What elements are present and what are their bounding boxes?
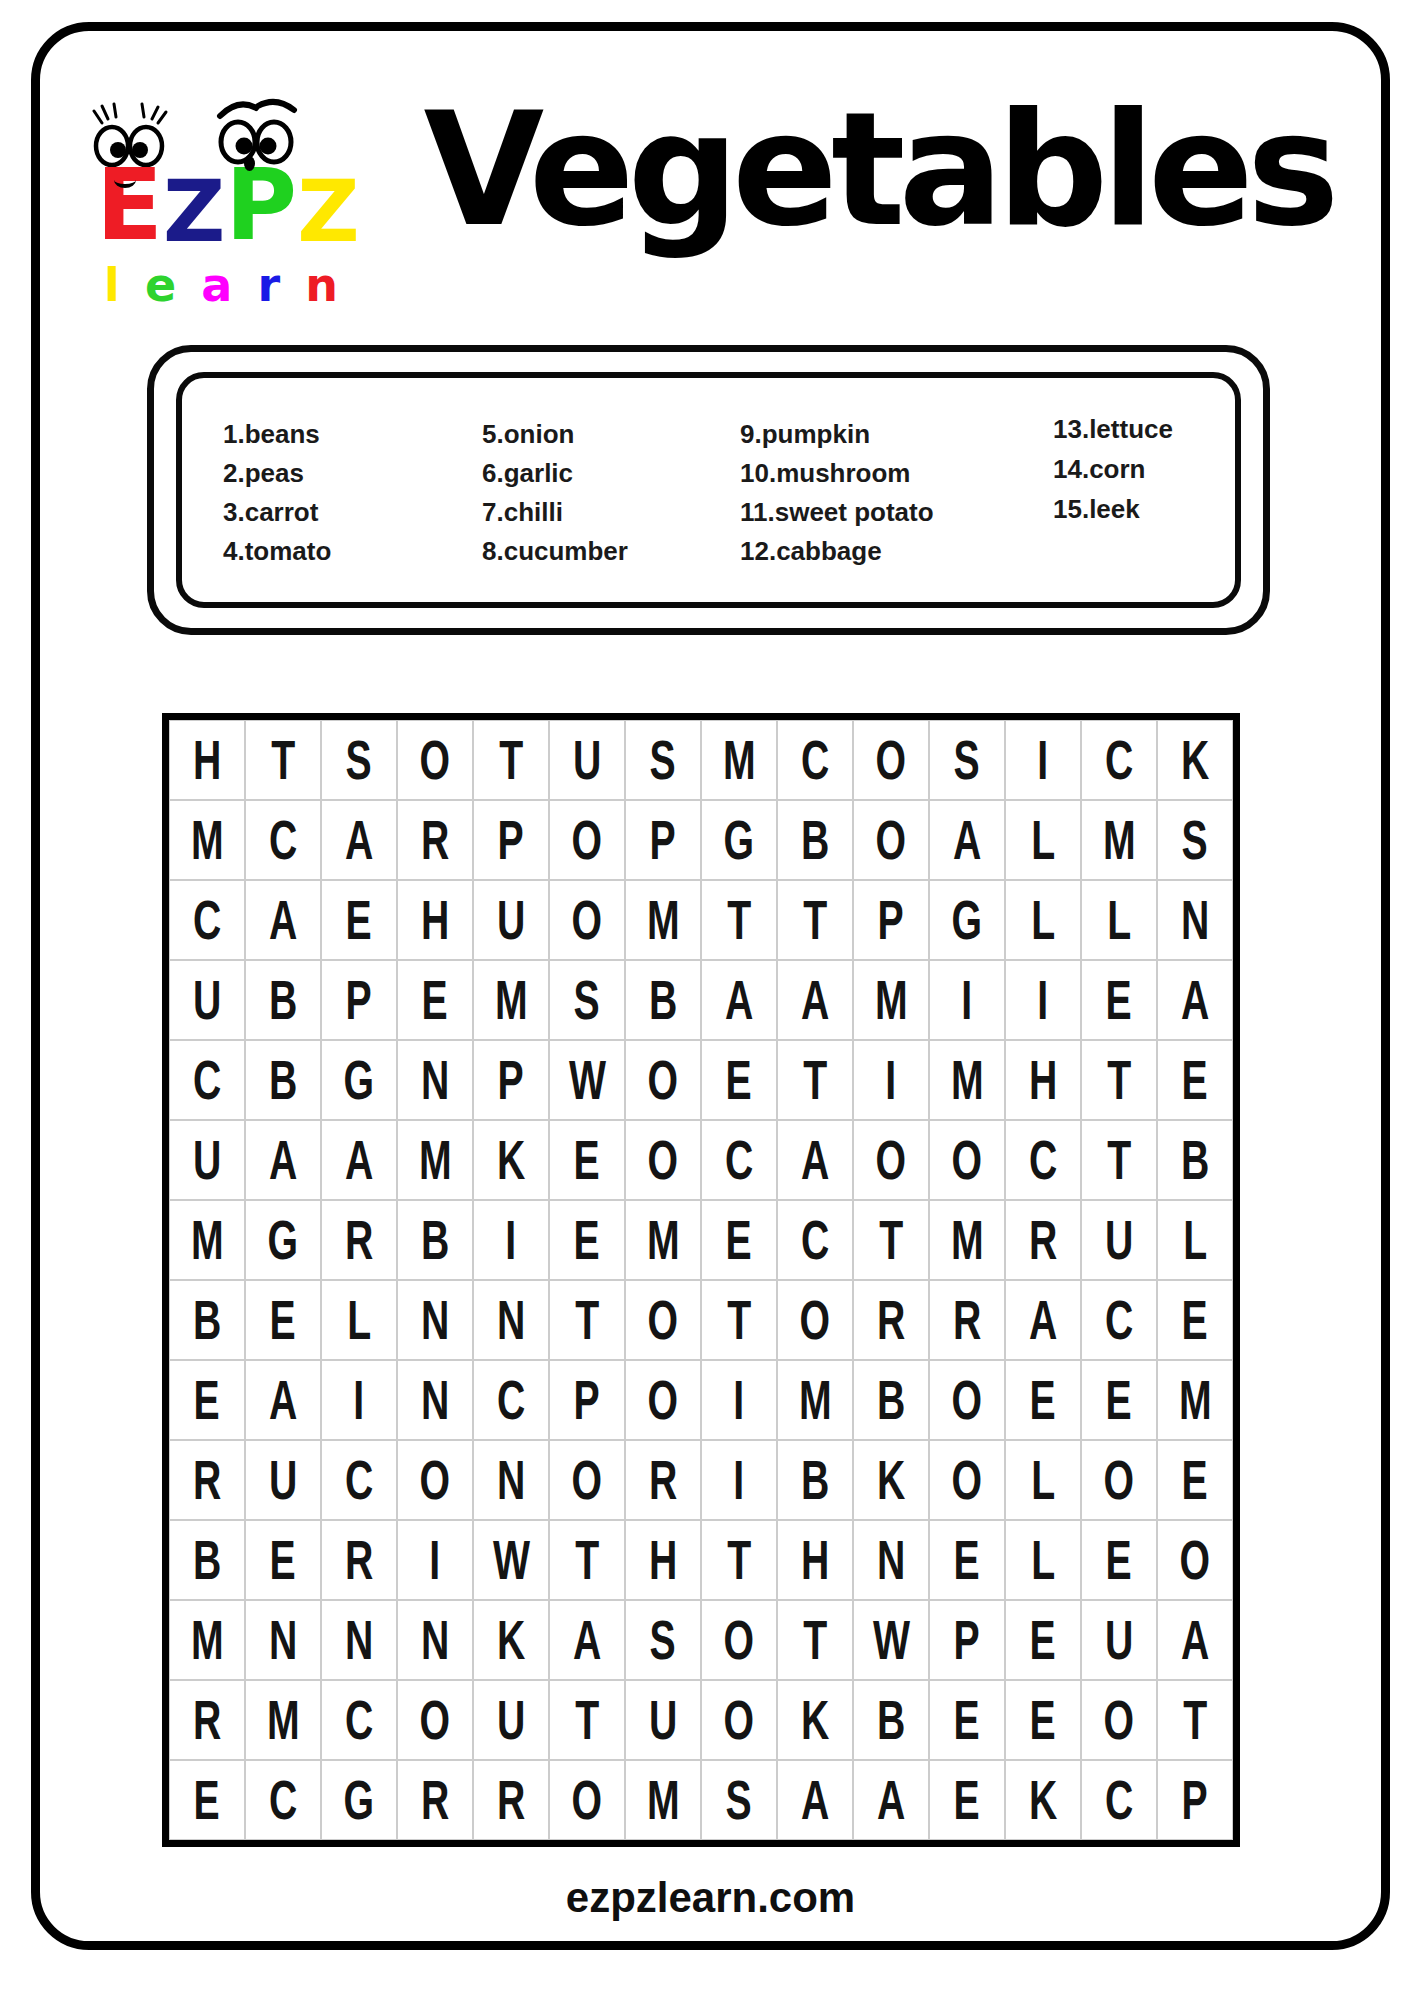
grid-cell-r14c4[interactable]: R [397,1760,473,1840]
grid-letter: N [421,1612,449,1668]
grid-cell-r10c9[interactable]: B [777,1440,853,1520]
grid-cell-r5c11[interactable]: M [929,1040,1005,1120]
grid-cell-r12c13[interactable]: U [1081,1600,1157,1680]
grid-cell-r11c6[interactable]: T [549,1520,625,1600]
grid-cell-r14c6[interactable]: O [549,1760,625,1840]
grid-cell-r3c1[interactable]: C [169,880,245,960]
grid-cell-r7c4[interactable]: B [397,1200,473,1280]
grid-cell-r14c7[interactable]: M [625,1760,701,1840]
grid-cell-r7c3[interactable]: R [321,1200,397,1280]
grid-letter: W [492,1532,529,1588]
grid-cell-r13c12[interactable]: E [1005,1680,1081,1760]
grid-cell-r8c2[interactable]: E [245,1280,321,1360]
grid-cell-r11c7[interactable]: H [625,1520,701,1600]
grid-cell-r2c11[interactable]: A [929,800,1005,880]
word-list-column-4: 13.lettuce14.corn15.leek [1053,409,1173,529]
grid-letter: A [269,1372,297,1428]
grid-letter: U [649,1692,677,1748]
grid-cell-r3c14[interactable]: N [1157,880,1233,960]
grid-cell-r6c6[interactable]: E [549,1120,625,1200]
grid-letter: M [951,1052,984,1108]
grid-letter: C [725,1132,753,1188]
grid-letter: M [875,972,908,1028]
grid-cell-r14c11[interactable]: E [929,1760,1005,1840]
word-item-6: 6.garlic [482,454,628,493]
grid-letter: U [1105,1612,1133,1668]
grid-cell-r3c9[interactable]: T [777,880,853,960]
grid-cell-r7c11[interactable]: M [929,1200,1005,1280]
grid-cell-r6c9[interactable]: A [777,1120,853,1200]
grid-cell-r3c12[interactable]: L [1005,880,1081,960]
grid-letter: T [575,1292,599,1348]
grid-cell-r13c5[interactable]: U [473,1680,549,1760]
grid-cell-r8c13[interactable]: C [1081,1280,1157,1360]
grid-letter: I [1038,732,1049,788]
grid-cell-r1c13[interactable]: C [1081,720,1157,800]
grid-cell-r14c13[interactable]: C [1081,1760,1157,1840]
grid-letter: N [421,1052,449,1108]
grid-cell-r3c6[interactable]: O [549,880,625,960]
grid-cell-r5c12[interactable]: H [1005,1040,1081,1120]
grid-letter: O [1104,1692,1134,1748]
grid-cell-r12c9[interactable]: T [777,1600,853,1680]
grid-cell-r5c3[interactable]: G [321,1040,397,1120]
ezpz-learn-logo: EZPZ learn [96,96,356,311]
grid-cell-r4c10[interactable]: M [853,960,929,1040]
grid-cell-r1c7[interactable]: S [625,720,701,800]
grid-cell-r1c14[interactable]: K [1157,720,1233,800]
grid-cell-r9c14[interactable]: M [1157,1360,1233,1440]
grid-cell-r6c11[interactable]: O [929,1120,1005,1200]
grid-cell-r5c4[interactable]: N [397,1040,473,1120]
grid-cell-r5c1[interactable]: C [169,1040,245,1120]
grid-cell-r11c2[interactable]: E [245,1520,321,1600]
grid-cell-r4c14[interactable]: A [1157,960,1233,1040]
grid-letter: B [801,1452,829,1508]
grid-letter: O [876,1132,906,1188]
grid-cell-r14c8[interactable]: S [701,1760,777,1840]
grid-letter: A [801,1772,829,1828]
grid-cell-r12c3[interactable]: N [321,1600,397,1680]
grid-letter: U [497,892,525,948]
grid-letter: C [497,1372,525,1428]
grid-cell-r5c7[interactable]: O [625,1040,701,1120]
grid-cell-r10c11[interactable]: O [929,1440,1005,1520]
grid-letter: O [420,1452,450,1508]
grid-letter: W [872,1612,909,1668]
grid-letter: N [345,1612,373,1668]
grid-letter: C [1029,1132,1057,1188]
grid-cell-r12c1[interactable]: M [169,1600,245,1680]
word-list-box: 1.beans2.peas3.carrot4.tomato 5.onion6.g… [147,345,1270,635]
grid-cell-r11c14[interactable]: O [1157,1520,1233,1600]
grid-letter: N [269,1612,297,1668]
grid-letter: R [193,1452,221,1508]
grid-cell-r10c2[interactable]: U [245,1440,321,1520]
grid-cell-r6c7[interactable]: O [625,1120,701,1200]
grid-cell-r14c5[interactable]: R [473,1760,549,1840]
grid-cell-r2c3[interactable]: A [321,800,397,880]
grid-cell-r9c1[interactable]: E [169,1360,245,1440]
grid-cell-r10c3[interactable]: C [321,1440,397,1520]
grid-cell-r4c6[interactable]: S [549,960,625,1040]
word-item-14: 14.corn [1053,449,1173,489]
grid-cell-r12c7[interactable]: S [625,1600,701,1680]
grid-cell-r4c13[interactable]: E [1081,960,1157,1040]
grid-cell-r2c13[interactable]: M [1081,800,1157,880]
logo-letter-e-1: e [145,262,176,308]
grid-cell-r11c1[interactable]: B [169,1520,245,1600]
grid-letter: E [954,1532,980,1588]
grid-cell-r13c14[interactable]: T [1157,1680,1233,1760]
grid-cell-r1c1[interactable]: H [169,720,245,800]
grid-cell-r9c10[interactable]: B [853,1360,929,1440]
grid-cell-r13c10[interactable]: B [853,1680,929,1760]
grid-letter: B [193,1532,221,1588]
grid-cell-r13c2[interactable]: M [245,1680,321,1760]
grid-letter: T [1183,1692,1207,1748]
grid-letter: T [1107,1132,1131,1188]
grid-cell-r9c5[interactable]: C [473,1360,549,1440]
grid-cell-r7c14[interactable]: L [1157,1200,1233,1280]
grid-cell-r10c8[interactable]: I [701,1440,777,1520]
word-item-8: 8.cucumber [482,532,628,571]
grid-letter: O [952,1372,982,1428]
grid-cell-r12c8[interactable]: O [701,1600,777,1680]
grid-letter: S [1182,812,1208,868]
grid-cell-r5c9[interactable]: T [777,1040,853,1120]
grid-cell-r4c3[interactable]: P [321,960,397,1040]
grid-cell-r9c9[interactable]: M [777,1360,853,1440]
grid-cell-r2c7[interactable]: P [625,800,701,880]
grid-cell-r9c6[interactable]: P [549,1360,625,1440]
word-item-1: 1.beans [223,415,331,454]
grid-cell-r7c7[interactable]: M [625,1200,701,1280]
grid-letter: R [421,1772,449,1828]
grid-cell-r8c3[interactable]: L [321,1280,397,1360]
grid-cell-r4c11[interactable]: I [929,960,1005,1040]
grid-letter: E [1030,1692,1056,1748]
grid-letter: E [1106,1532,1132,1588]
grid-letter: E [726,1212,752,1268]
grid-letter: A [725,972,753,1028]
grid-cell-r13c9[interactable]: K [777,1680,853,1760]
grid-letter: O [572,812,602,868]
grid-cell-r2c2[interactable]: C [245,800,321,880]
grid-letter: E [1182,1052,1208,1108]
grid-letter: S [574,972,600,1028]
grid-cell-r5c8[interactable]: E [701,1040,777,1120]
grid-cell-r8c7[interactable]: O [625,1280,701,1360]
logo-letter-a-2: a [201,262,232,308]
grid-cell-r4c8[interactable]: A [701,960,777,1040]
grid-cell-r2c1[interactable]: M [169,800,245,880]
grid-cell-r2c14[interactable]: S [1157,800,1233,880]
grid-cell-r14c1[interactable]: E [169,1760,245,1840]
grid-cell-r5c13[interactable]: T [1081,1040,1157,1120]
grid-letter: A [269,1132,297,1188]
grid-cell-r7c8[interactable]: E [701,1200,777,1280]
grid-cell-r2c9[interactable]: B [777,800,853,880]
grid-cell-r11c12[interactable]: L [1005,1520,1081,1600]
grid-letter: I [354,1372,365,1428]
grid-letter: U [193,972,221,1028]
grid-letter: N [421,1372,449,1428]
grid-cell-r1c9[interactable]: C [777,720,853,800]
grid-cell-r6c8[interactable]: C [701,1120,777,1200]
grid-cell-r13c1[interactable]: R [169,1680,245,1760]
grid-cell-r7c2[interactable]: G [245,1200,321,1280]
grid-cell-r8c12[interactable]: A [1005,1280,1081,1360]
grid-cell-r3c4[interactable]: H [397,880,473,960]
grid-letter: M [191,1612,224,1668]
grid-cell-r6c1[interactable]: U [169,1120,245,1200]
grid-cell-r14c2[interactable]: C [245,1760,321,1840]
grid-letter: K [801,1692,829,1748]
grid-cell-r1c12[interactable]: I [1005,720,1081,800]
grid-cell-r8c10[interactable]: R [853,1280,929,1360]
grid-cell-r12c14[interactable]: A [1157,1600,1233,1680]
word-list-column-2: 5.onion6.garlic7.chilli8.cucumber [482,415,628,571]
grid-letter: M [191,1212,224,1268]
grid-cell-r9c2[interactable]: A [245,1360,321,1440]
grid-cell-r9c8[interactable]: I [701,1360,777,1440]
grid-letter: N [1181,892,1209,948]
grid-cell-r6c14[interactable]: B [1157,1120,1233,1200]
grid-cell-r1c3[interactable]: S [321,720,397,800]
grid-cell-r9c12[interactable]: E [1005,1360,1081,1440]
grid-cell-r3c3[interactable]: E [321,880,397,960]
grid-cell-r10c14[interactable]: E [1157,1440,1233,1520]
grid-cell-r12c6[interactable]: A [549,1600,625,1680]
grid-cell-r10c13[interactable]: O [1081,1440,1157,1520]
grid-cell-r7c10[interactable]: T [853,1200,929,1280]
grid-letter: C [193,892,221,948]
grid-letter: M [419,1132,452,1188]
grid-cell-r6c3[interactable]: A [321,1120,397,1200]
grid-letter: O [420,732,450,788]
grid-cell-r7c12[interactable]: R [1005,1200,1081,1280]
grid-cell-r6c13[interactable]: T [1081,1120,1157,1200]
grid-cell-r1c10[interactable]: O [853,720,929,800]
grid-letter: T [575,1532,599,1588]
grid-cell-r3c2[interactable]: A [245,880,321,960]
grid-cell-r2c5[interactable]: P [473,800,549,880]
grid-cell-r8c5[interactable]: N [473,1280,549,1360]
grid-letter: L [1031,1452,1055,1508]
grid-cell-r9c3[interactable]: I [321,1360,397,1440]
grid-cell-r3c7[interactable]: M [625,880,701,960]
grid-cell-r10c4[interactable]: O [397,1440,473,1520]
grid-cell-r1c2[interactable]: T [245,720,321,800]
grid-cell-r1c4[interactable]: O [397,720,473,800]
grid-cell-r10c12[interactable]: L [1005,1440,1081,1520]
grid-cell-r6c10[interactable]: O [853,1120,929,1200]
grid-letter: T [499,732,523,788]
grid-cell-r8c11[interactable]: R [929,1280,1005,1360]
grid-cell-r10c10[interactable]: K [853,1440,929,1520]
grid-cell-r13c4[interactable]: O [397,1680,473,1760]
grid-cell-r10c7[interactable]: R [625,1440,701,1520]
grid-cell-r11c13[interactable]: E [1081,1520,1157,1600]
grid-cell-r5c10[interactable]: I [853,1040,929,1120]
grid-cell-r5c2[interactable]: B [245,1040,321,1120]
grid-cell-r12c4[interactable]: N [397,1600,473,1680]
word-item-10: 10.mushroom [740,454,934,493]
grid-cell-r9c11[interactable]: O [929,1360,1005,1440]
grid-cell-r8c9[interactable]: O [777,1280,853,1360]
grid-cell-r13c7[interactable]: U [625,1680,701,1760]
grid-letter: S [954,732,980,788]
grid-cell-r12c5[interactable]: K [473,1600,549,1680]
grid-cell-r8c8[interactable]: T [701,1280,777,1360]
grid-cell-r14c3[interactable]: G [321,1760,397,1840]
grid-cell-r4c12[interactable]: I [1005,960,1081,1040]
grid-letter: M [191,812,224,868]
grid-cell-r1c11[interactable]: S [929,720,1005,800]
grid-letter: O [648,1372,678,1428]
grid-cell-r13c6[interactable]: T [549,1680,625,1760]
grid-cell-r4c1[interactable]: U [169,960,245,1040]
logo-letter-z-3: Z [297,168,359,254]
grid-cell-r11c11[interactable]: E [929,1520,1005,1600]
grid-cell-r3c10[interactable]: P [853,880,929,960]
grid-letter: E [954,1692,980,1748]
grid-cell-r7c5[interactable]: I [473,1200,549,1280]
grid-cell-r13c11[interactable]: E [929,1680,1005,1760]
grid-letter: E [346,892,372,948]
grid-letter: E [270,1292,296,1348]
grid-cell-r10c1[interactable]: R [169,1440,245,1520]
grid-letter: T [803,1052,827,1108]
grid-cell-r7c9[interactable]: C [777,1200,853,1280]
logo-letter-p-2: P [225,156,297,254]
grid-letter: R [877,1292,905,1348]
grid-cell-r3c5[interactable]: U [473,880,549,960]
grid-letter: O [648,1292,678,1348]
grid-cell-r5c5[interactable]: P [473,1040,549,1120]
grid-letter: N [877,1532,905,1588]
grid-cell-r1c6[interactable]: U [549,720,625,800]
grid-cell-r6c4[interactable]: M [397,1120,473,1200]
word-item-15: 15.leek [1053,489,1173,529]
grid-cell-r14c14[interactable]: P [1157,1760,1233,1840]
grid-cell-r2c8[interactable]: G [701,800,777,880]
grid-letter: P [954,1612,980,1668]
grid-letter: T [727,1532,751,1588]
grid-cell-r12c10[interactable]: W [853,1600,929,1680]
grid-cell-r11c3[interactable]: R [321,1520,397,1600]
grid-cell-r14c10[interactable]: A [853,1760,929,1840]
grid-cell-r5c6[interactable]: W [549,1040,625,1120]
grid-letter: E [1030,1612,1056,1668]
grid-cell-r10c6[interactable]: O [549,1440,625,1520]
grid-cell-r3c8[interactable]: T [701,880,777,960]
grid-cell-r1c5[interactable]: T [473,720,549,800]
grid-cell-r2c6[interactable]: O [549,800,625,880]
grid-letter: R [649,1452,677,1508]
grid-cell-r2c10[interactable]: O [853,800,929,880]
grid-letter: C [801,732,829,788]
grid-letter: C [269,1772,297,1828]
grid-letter: K [1029,1772,1057,1828]
grid-cell-r5c14[interactable]: E [1157,1040,1233,1120]
grid-cell-r2c4[interactable]: R [397,800,473,880]
grid-cell-r4c5[interactable]: M [473,960,549,1040]
logo-learn-letters: learn [104,262,338,308]
grid-cell-r7c6[interactable]: E [549,1200,625,1280]
grid-cell-r7c1[interactable]: M [169,1200,245,1280]
grid-letter: N [497,1292,525,1348]
grid-letter: P [498,1052,524,1108]
grid-letter: B [877,1692,905,1748]
grid-cell-r1c8[interactable]: M [701,720,777,800]
grid-letter: E [194,1372,220,1428]
word-item-11: 11.sweet potato [740,493,934,532]
grid-letter: O [572,1452,602,1508]
grid-letter: E [1106,972,1132,1028]
grid-letter: S [346,732,372,788]
grid-cell-r9c4[interactable]: N [397,1360,473,1440]
grid-letter: M [1179,1372,1212,1428]
grid-cell-r13c13[interactable]: O [1081,1680,1157,1760]
grid-cell-r8c14[interactable]: E [1157,1280,1233,1360]
grid-cell-r6c5[interactable]: K [473,1120,549,1200]
grid-cell-r13c8[interactable]: O [701,1680,777,1760]
grid-cell-r2c12[interactable]: L [1005,800,1081,880]
grid-cell-r12c12[interactable]: E [1005,1600,1081,1680]
grid-cell-r11c8[interactable]: T [701,1520,777,1600]
grid-letter: A [345,1132,373,1188]
grid-cell-r6c2[interactable]: A [245,1120,321,1200]
grid-cell-r12c11[interactable]: P [929,1600,1005,1680]
grid-letter: M [267,1692,300,1748]
grid-letter: E [1182,1292,1208,1348]
grid-cell-r7c13[interactable]: U [1081,1200,1157,1280]
grid-cell-r3c13[interactable]: L [1081,880,1157,960]
grid-cell-r9c13[interactable]: E [1081,1360,1157,1440]
grid-cell-r11c4[interactable]: I [397,1520,473,1600]
grid-cell-r12c2[interactable]: N [245,1600,321,1680]
grid-cell-r11c10[interactable]: N [853,1520,929,1600]
grid-cell-r11c9[interactable]: H [777,1520,853,1600]
grid-cell-r8c6[interactable]: T [549,1280,625,1360]
grid-cell-r8c4[interactable]: N [397,1280,473,1360]
grid-letter: B [269,972,297,1028]
grid-cell-r3c11[interactable]: G [929,880,1005,960]
grid-cell-r4c7[interactable]: B [625,960,701,1040]
grid-cell-r8c1[interactable]: B [169,1280,245,1360]
grid-letter: T [575,1692,599,1748]
grid-cell-r4c4[interactable]: E [397,960,473,1040]
logo-letter-n-4: n [305,262,338,308]
grid-cell-r4c2[interactable]: B [245,960,321,1040]
grid-letter: G [268,1212,298,1268]
grid-letter: B [1181,1132,1209,1188]
grid-letter: A [345,812,373,868]
grid-letter: G [952,892,982,948]
grid-letter: M [951,1212,984,1268]
grid-cell-r4c9[interactable]: A [777,960,853,1040]
grid-letter: C [269,812,297,868]
grid-cell-r11c5[interactable]: W [473,1520,549,1600]
grid-cell-r14c12[interactable]: K [1005,1760,1081,1840]
grid-cell-r13c3[interactable]: C [321,1680,397,1760]
grid-cell-r10c5[interactable]: N [473,1440,549,1520]
grid-cell-r9c7[interactable]: O [625,1360,701,1440]
grid-cell-r14c9[interactable]: A [777,1760,853,1840]
grid-cell-r6c12[interactable]: C [1005,1120,1081,1200]
